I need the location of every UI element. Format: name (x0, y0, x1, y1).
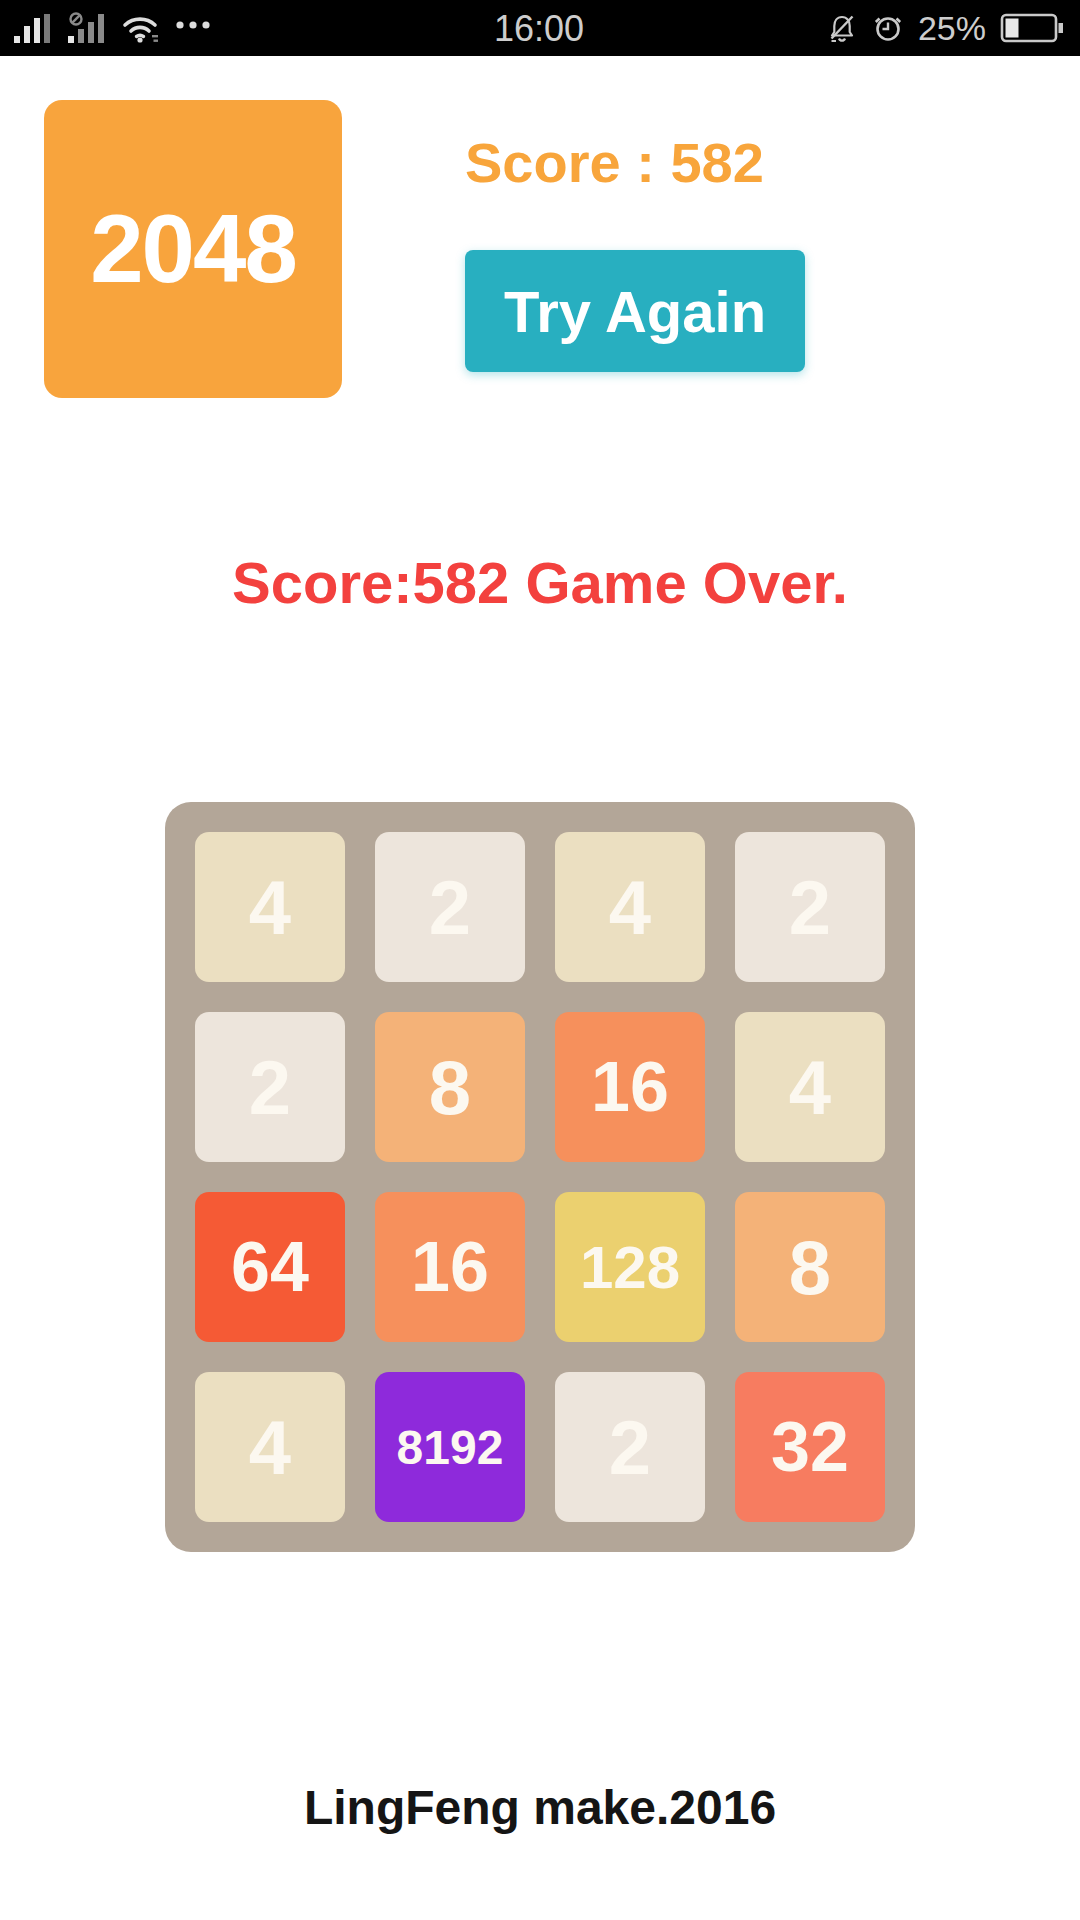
tile-16: 16 (375, 1192, 525, 1342)
footer-credit: LingFeng make.2016 (0, 1778, 1080, 1838)
tile-8: 8 (375, 1012, 525, 1162)
score-label: Score : 582 (465, 131, 764, 195)
alarm-clock-icon (872, 12, 904, 44)
tile-8192: 8192 (375, 1372, 525, 1522)
tile-4: 4 (195, 832, 345, 982)
try-again-button[interactable]: Try Again (465, 250, 805, 372)
notifications-muted-icon (826, 12, 858, 44)
screen: 16:00 25% 2048 Score : (0, 0, 1080, 1920)
wifi-icon (122, 12, 160, 44)
battery-percent: 25% (918, 0, 986, 56)
tile-2: 2 (195, 1012, 345, 1162)
status-bar: 16:00 25% (0, 0, 1080, 56)
status-time: 16:00 (494, 0, 584, 56)
tile-2: 2 (375, 832, 525, 982)
game-over-message: Score:582 Game Over. (0, 548, 1080, 618)
signal-sim2-no-service-icon (68, 12, 108, 44)
tile-2: 2 (735, 832, 885, 982)
tile-4: 4 (195, 1372, 345, 1522)
tile-4: 4 (735, 1012, 885, 1162)
tile-16: 16 (555, 1012, 705, 1162)
logo-label: 2048 (90, 194, 296, 304)
tile-32: 32 (735, 1372, 885, 1522)
tile-64: 64 (195, 1192, 345, 1342)
signal-strength-icon (14, 12, 54, 44)
tile-128: 128 (555, 1192, 705, 1342)
logo-tile: 2048 (44, 100, 342, 398)
ellipsis-icon (174, 12, 214, 44)
tile-4: 4 (555, 832, 705, 982)
battery-icon (1000, 11, 1066, 45)
game-board[interactable]: 4242281646416128848192232 (165, 802, 915, 1552)
tile-8: 8 (735, 1192, 885, 1342)
status-bar-right: 25% (826, 0, 1066, 56)
status-bar-left (14, 12, 214, 44)
tile-2: 2 (555, 1372, 705, 1522)
